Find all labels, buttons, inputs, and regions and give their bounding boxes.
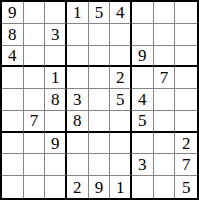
cell-r2c6[interactable] bbox=[110, 24, 132, 46]
cell-r8c5[interactable] bbox=[89, 154, 111, 176]
given-digit: 3 bbox=[138, 156, 147, 173]
cell-r1c8[interactable] bbox=[154, 2, 176, 24]
cell-r7c1[interactable] bbox=[2, 133, 24, 155]
given-digit: 5 bbox=[138, 112, 147, 129]
cell-r1c6[interactable]: 4 bbox=[110, 2, 132, 24]
cell-r9c1[interactable] bbox=[2, 176, 24, 198]
given-digit: 1 bbox=[116, 179, 125, 196]
cell-r2c2[interactable] bbox=[24, 24, 46, 46]
cell-r2c1[interactable]: 8 bbox=[2, 24, 24, 46]
cell-r3c9[interactable] bbox=[175, 46, 197, 68]
cell-r3c1[interactable]: 4 bbox=[2, 46, 24, 68]
cell-r8c9[interactable]: 7 bbox=[175, 154, 197, 176]
cell-r1c4[interactable]: 1 bbox=[67, 2, 89, 24]
cell-r6c5[interactable] bbox=[89, 111, 111, 133]
cell-r8c4[interactable] bbox=[67, 154, 89, 176]
cell-r1c9[interactable] bbox=[175, 2, 197, 24]
cell-r6c4[interactable]: 8 bbox=[67, 111, 89, 133]
cell-r6c3[interactable] bbox=[45, 111, 67, 133]
cell-r3c3[interactable] bbox=[45, 46, 67, 68]
given-digit: 2 bbox=[116, 69, 125, 86]
cell-r9c3[interactable] bbox=[45, 176, 67, 198]
cell-r6c9[interactable] bbox=[175, 111, 197, 133]
given-digit: 4 bbox=[138, 91, 147, 108]
cell-r4c2[interactable] bbox=[24, 67, 46, 89]
cell-r4c4[interactable] bbox=[67, 67, 89, 89]
given-digit: 5 bbox=[182, 179, 191, 196]
cell-r5c3[interactable]: 8 bbox=[45, 89, 67, 111]
cell-r5c4[interactable]: 3 bbox=[67, 89, 89, 111]
cell-r5c1[interactable] bbox=[2, 89, 24, 111]
cell-r5c6[interactable]: 5 bbox=[110, 89, 132, 111]
cell-r1c7[interactable] bbox=[132, 2, 154, 24]
cell-r3c8[interactable] bbox=[154, 46, 176, 68]
given-digit: 7 bbox=[30, 112, 39, 129]
cell-r2c3[interactable]: 3 bbox=[45, 24, 67, 46]
cell-r7c8[interactable] bbox=[154, 133, 176, 155]
cell-r8c8[interactable] bbox=[154, 154, 176, 176]
given-digit: 4 bbox=[116, 4, 125, 21]
cell-r5c2[interactable] bbox=[24, 89, 46, 111]
given-digit: 9 bbox=[95, 179, 104, 196]
sudoku-board: 91548349127835478592372915 bbox=[0, 0, 199, 200]
cell-r4c3[interactable]: 1 bbox=[45, 67, 67, 89]
cell-r4c8[interactable]: 7 bbox=[154, 67, 176, 89]
given-digit: 4 bbox=[8, 47, 17, 64]
given-digit: 1 bbox=[51, 69, 60, 86]
cell-r1c5[interactable]: 5 bbox=[89, 2, 111, 24]
given-digit: 2 bbox=[73, 179, 82, 196]
cell-r3c2[interactable] bbox=[24, 46, 46, 68]
cell-r5c7[interactable]: 4 bbox=[132, 89, 154, 111]
given-digit: 3 bbox=[73, 91, 82, 108]
cell-r3c5[interactable] bbox=[89, 46, 111, 68]
given-digit: 9 bbox=[8, 4, 17, 21]
cell-r2c9[interactable] bbox=[175, 24, 197, 46]
given-digit: 5 bbox=[116, 91, 125, 108]
given-digit: 1 bbox=[73, 4, 82, 21]
cell-r6c7[interactable]: 5 bbox=[132, 111, 154, 133]
cell-r8c1[interactable] bbox=[2, 154, 24, 176]
cell-r7c9[interactable]: 2 bbox=[175, 133, 197, 155]
given-digit: 3 bbox=[51, 26, 60, 43]
given-digit: 9 bbox=[51, 135, 60, 152]
cell-r1c2[interactable] bbox=[24, 2, 46, 24]
sudoku-puzzle: 91548349127835478592372915 bbox=[0, 0, 199, 200]
cell-r9c7[interactable] bbox=[132, 176, 154, 198]
cell-r4c1[interactable] bbox=[2, 67, 24, 89]
given-digit: 9 bbox=[138, 47, 147, 64]
given-digit: 8 bbox=[51, 91, 60, 108]
cell-r7c3[interactable]: 9 bbox=[45, 133, 67, 155]
given-digit: 7 bbox=[182, 156, 191, 173]
cell-r9c9[interactable]: 5 bbox=[175, 176, 197, 198]
cell-r4c5[interactable] bbox=[89, 67, 111, 89]
given-digit: 7 bbox=[160, 69, 169, 86]
cell-r7c7[interactable] bbox=[132, 133, 154, 155]
cell-r6c8[interactable] bbox=[154, 111, 176, 133]
given-digit: 8 bbox=[8, 26, 17, 43]
cell-r1c1[interactable]: 9 bbox=[2, 2, 24, 24]
cell-r9c6[interactable]: 1 bbox=[110, 176, 132, 198]
cell-r7c4[interactable] bbox=[67, 133, 89, 155]
cell-r2c5[interactable] bbox=[89, 24, 111, 46]
cell-r1c3[interactable] bbox=[45, 2, 67, 24]
cell-r7c5[interactable] bbox=[89, 133, 111, 155]
cell-r8c3[interactable] bbox=[45, 154, 67, 176]
cell-r3c6[interactable] bbox=[110, 46, 132, 68]
cell-r7c6[interactable] bbox=[110, 133, 132, 155]
cell-r3c7[interactable]: 9 bbox=[132, 46, 154, 68]
cell-r6c1[interactable] bbox=[2, 111, 24, 133]
cell-r8c7[interactable]: 3 bbox=[132, 154, 154, 176]
cell-r6c6[interactable] bbox=[110, 111, 132, 133]
cell-r9c4[interactable]: 2 bbox=[67, 176, 89, 198]
cell-r2c8[interactable] bbox=[154, 24, 176, 46]
cell-r8c6[interactable] bbox=[110, 154, 132, 176]
given-digit: 8 bbox=[73, 112, 82, 129]
cell-r3c4[interactable] bbox=[67, 46, 89, 68]
cell-r4c9[interactable] bbox=[175, 67, 197, 89]
cell-r5c5[interactable] bbox=[89, 89, 111, 111]
cell-r9c8[interactable] bbox=[154, 176, 176, 198]
cell-r4c7[interactable] bbox=[132, 67, 154, 89]
given-digit: 2 bbox=[182, 135, 191, 152]
cell-r5c9[interactable] bbox=[175, 89, 197, 111]
cell-r9c2[interactable] bbox=[24, 176, 46, 198]
cell-r2c4[interactable] bbox=[67, 24, 89, 46]
cell-r5c8[interactable] bbox=[154, 89, 176, 111]
cell-r6c2[interactable]: 7 bbox=[24, 111, 46, 133]
cell-r9c5[interactable]: 9 bbox=[89, 176, 111, 198]
cell-r8c2[interactable] bbox=[24, 154, 46, 176]
given-digit: 5 bbox=[95, 4, 104, 21]
cell-r2c7[interactable] bbox=[132, 24, 154, 46]
cell-r4c6[interactable]: 2 bbox=[110, 67, 132, 89]
cell-r7c2[interactable] bbox=[24, 133, 46, 155]
